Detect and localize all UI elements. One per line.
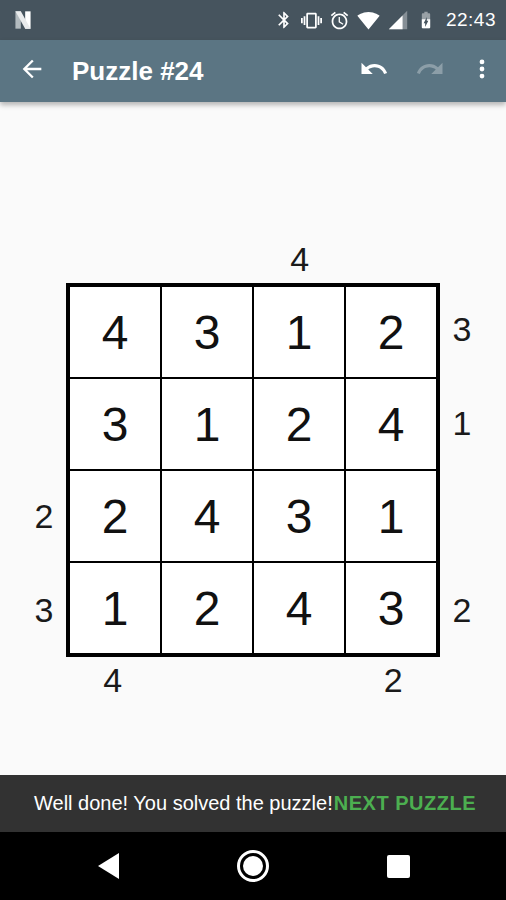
clue-left-r2 [22,377,66,471]
app-bar: Puzzle #24 [0,40,506,102]
clue-top-c4 [347,235,441,283]
page-title: Puzzle #24 [72,56,204,87]
back-button[interactable] [0,40,64,102]
clue-left-r3: 2 [22,470,66,564]
bluetooth-icon [274,10,294,30]
clue-right-r3 [440,470,484,564]
redo-icon [415,54,445,88]
clue-row-bottom: 4 2 [66,657,440,703]
cell-r3c3[interactable]: 3 [253,470,345,562]
cell-r4c2[interactable]: 2 [161,562,253,654]
clock-time: 22:43 [446,9,496,31]
cell-r2c4[interactable]: 4 [345,378,437,470]
alarm-icon [329,10,350,31]
next-puzzle-button[interactable]: NEXT PUZZLE [334,792,476,815]
clue-row-top: 4 [66,235,440,283]
cell-r4c1[interactable]: 1 [69,562,161,654]
cell-r3c2[interactable]: 4 [161,470,253,562]
clue-bottom-c1: 4 [66,657,160,703]
nav-back-button[interactable] [86,844,130,888]
cell-r1c2[interactable]: 3 [161,286,253,378]
cell-r1c4[interactable]: 2 [345,286,437,378]
clue-bottom-c3 [253,657,347,703]
cell-r4c3[interactable]: 4 [253,562,345,654]
cell-r1c3[interactable]: 1 [253,286,345,378]
cell-r3c4[interactable]: 1 [345,470,437,562]
grid: 4 3 1 2 3 1 2 4 2 4 3 1 1 2 4 3 [66,283,440,657]
clue-col-left: 2 3 [22,283,66,657]
android-nav-bar [0,832,506,900]
clue-top-c2 [160,235,254,283]
status-bar: 22:43 [0,0,506,40]
skyscrapers-board: 4 2 3 4 3 1 2 3 1 2 4 [22,235,484,703]
clue-left-r1 [22,283,66,377]
snackbar-message: Well done! You solved the puzzle! [34,792,334,815]
clue-top-c1 [66,235,160,283]
clue-right-r2: 1 [440,377,484,471]
cell-r4c4[interactable]: 3 [345,562,437,654]
overflow-menu-button[interactable] [458,40,506,102]
clue-top-c3: 4 [253,235,347,283]
puzzle-area: 4 2 3 4 3 1 2 3 1 2 4 [0,102,506,703]
cell-r2c2[interactable]: 1 [161,378,253,470]
nav-recents-button[interactable] [376,844,420,888]
redo-button[interactable] [402,40,458,102]
nav-home-button[interactable] [231,844,275,888]
undo-button[interactable] [346,40,402,102]
wifi-icon [357,9,380,32]
snackbar: Well done! You solved the puzzle! NEXT P… [0,775,506,832]
cell-r1c1[interactable]: 4 [69,286,161,378]
phone-screen: 22:43 Puzzle #24 [0,0,506,900]
cell-r3c1[interactable]: 2 [69,470,161,562]
cell-r2c3[interactable]: 2 [253,378,345,470]
battery-charging-icon [416,9,436,31]
nav-recents-icon [387,855,410,878]
nav-back-icon [98,853,119,879]
clue-bottom-c2 [160,657,254,703]
clue-bottom-c4: 2 [347,657,441,703]
more-vert-icon [469,56,495,86]
clue-right-r1: 3 [440,283,484,377]
clue-right-r4: 2 [440,564,484,658]
nav-home-icon [237,850,269,882]
clue-col-right: 3 1 2 [440,283,484,657]
cellular-signal-icon [387,9,409,31]
android-n-notification-icon [10,7,36,33]
undo-icon [359,54,389,88]
arrow-back-icon [18,55,46,87]
vibrate-icon [301,10,322,31]
cell-r2c1[interactable]: 3 [69,378,161,470]
clue-left-r4: 3 [22,564,66,658]
